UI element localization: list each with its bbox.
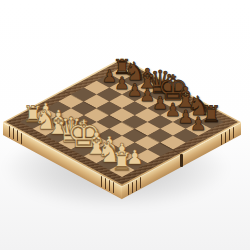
black-pawn-h7[interactable]: ♟ bbox=[190, 114, 207, 132]
hinge-seam bbox=[180, 154, 183, 167]
white-rook-h1[interactable]: ♜ bbox=[111, 150, 133, 174]
chess-set-photo: ♜♞♟♝♟♛♟♚♟♝♟♞♟♟♜♟♟♜♟♟♞♟♝♟♛♟♚♟♝♟♞♜ bbox=[0, 0, 250, 250]
